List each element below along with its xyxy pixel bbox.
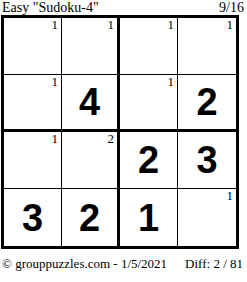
- cell-r2c3[interactable]: 3: [178, 132, 236, 189]
- cell-value: 4: [79, 83, 100, 121]
- pencil-mark: 1: [168, 18, 175, 32]
- cell-r1c2[interactable]: 1: [120, 75, 178, 132]
- sudoku-board: 1 1 1 1 1 4 1 2: [1, 15, 239, 249]
- pencil-mark: 1: [52, 18, 59, 32]
- pencil-mark: 1: [227, 189, 234, 203]
- pencil-mark: 1: [227, 18, 234, 32]
- cell-r1c3[interactable]: 2: [178, 75, 236, 132]
- cell-r0c1[interactable]: 1: [62, 18, 120, 75]
- cell-r1c1[interactable]: 4: [62, 75, 120, 132]
- puzzle-page: Easy "Sudoku-4" 9/16 1 1 1 1 1 4 1: [0, 0, 247, 282]
- cell-value: 1: [138, 199, 159, 237]
- cell-r2c2[interactable]: 2: [120, 132, 178, 189]
- footer: © grouppuzzles.com - 1/5/2021 Diff: 2 / …: [0, 256, 247, 271]
- cell-r0c2[interactable]: 1: [120, 18, 178, 75]
- cell-value: 2: [138, 141, 159, 179]
- page-title: Easy "Sudoku-4": [2, 0, 99, 15]
- pencil-mark: 2: [108, 132, 115, 146]
- cell-r0c3[interactable]: 1: [178, 18, 236, 75]
- cell-r0c0[interactable]: 1: [4, 18, 62, 75]
- cell-value: 2: [196, 83, 217, 121]
- header: Easy "Sudoku-4" 9/16: [0, 0, 247, 15]
- cell-r3c0[interactable]: 3: [4, 189, 62, 246]
- cell-value: 2: [79, 199, 100, 237]
- cell-value: 3: [196, 141, 217, 179]
- cell-r1c0[interactable]: 1: [4, 75, 62, 132]
- pencil-mark: 1: [168, 75, 175, 89]
- puzzle-counter: 9/16: [219, 0, 244, 15]
- cell-r3c2[interactable]: 1: [120, 189, 178, 246]
- cell-r2c0[interactable]: 1: [4, 132, 62, 189]
- pencil-mark: 1: [52, 132, 59, 146]
- cell-r2c1[interactable]: 2: [62, 132, 120, 189]
- cell-r3c1[interactable]: 2: [62, 189, 120, 246]
- pencil-mark: 1: [52, 75, 59, 89]
- cell-value: 3: [22, 199, 43, 237]
- copyright-text: © grouppuzzles.com - 1/5/2021: [2, 256, 167, 271]
- pencil-mark: 1: [108, 18, 115, 32]
- cell-r3c3[interactable]: 1: [178, 189, 236, 246]
- difficulty-text: Diff: 2 / 81: [185, 256, 243, 271]
